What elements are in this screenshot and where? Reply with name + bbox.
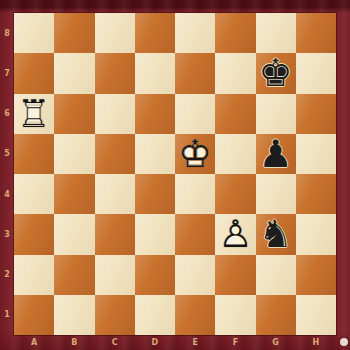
square-c4[interactable]: [95, 174, 135, 214]
square-c7[interactable]: [95, 53, 135, 93]
square-e6[interactable]: [175, 94, 215, 134]
square-g6[interactable]: [256, 94, 296, 134]
square-f4[interactable]: [215, 174, 255, 214]
square-g1[interactable]: [256, 295, 296, 335]
square-b3[interactable]: [54, 214, 94, 254]
square-a3[interactable]: [14, 214, 54, 254]
square-f7[interactable]: [215, 53, 255, 93]
square-d5[interactable]: [135, 134, 175, 174]
file-label-f: F: [215, 335, 255, 350]
rank-label-5: 5: [0, 134, 14, 174]
board: ♚♜♖♚♔♟♟♙♞: [14, 13, 336, 335]
rank-labels: 87654321: [0, 13, 14, 335]
square-a5[interactable]: [14, 134, 54, 174]
square-a2[interactable]: [14, 255, 54, 295]
chess-board-diagram: ♚♜♖♚♔♟♟♙♞ 87654321 ABCDEFGH: [0, 0, 350, 350]
square-c5[interactable]: [95, 134, 135, 174]
black-knight[interactable]: ♞: [256, 214, 296, 254]
square-h7[interactable]: [296, 53, 336, 93]
file-label-e: E: [175, 335, 215, 350]
square-b8[interactable]: [54, 13, 94, 53]
rank-label-3: 3: [0, 214, 14, 254]
square-a6[interactable]: ♜♖: [14, 94, 54, 134]
square-a7[interactable]: [14, 53, 54, 93]
rank-label-8: 8: [0, 13, 14, 53]
square-h2[interactable]: [296, 255, 336, 295]
square-e8[interactable]: [175, 13, 215, 53]
square-d2[interactable]: [135, 255, 175, 295]
square-c2[interactable]: [95, 255, 135, 295]
square-b6[interactable]: [54, 94, 94, 134]
white-pawn[interactable]: ♟♙: [215, 214, 255, 254]
black-pawn[interactable]: ♟: [256, 134, 296, 174]
black-king[interactable]: ♚: [256, 53, 296, 93]
white-rook-outline: ♖: [14, 94, 54, 134]
square-f3[interactable]: ♟♙: [215, 214, 255, 254]
square-d3[interactable]: [135, 214, 175, 254]
file-label-d: D: [135, 335, 175, 350]
square-a1[interactable]: [14, 295, 54, 335]
square-d6[interactable]: [135, 94, 175, 134]
square-b2[interactable]: [54, 255, 94, 295]
file-label-b: B: [54, 335, 94, 350]
rank-label-7: 7: [0, 53, 14, 93]
file-labels: ABCDEFGH: [14, 335, 336, 350]
square-b4[interactable]: [54, 174, 94, 214]
square-h3[interactable]: [296, 214, 336, 254]
square-h1[interactable]: [296, 295, 336, 335]
square-e3[interactable]: [175, 214, 215, 254]
square-f2[interactable]: [215, 255, 255, 295]
square-h8[interactable]: [296, 13, 336, 53]
square-d1[interactable]: [135, 295, 175, 335]
square-h6[interactable]: [296, 94, 336, 134]
square-e7[interactable]: [175, 53, 215, 93]
square-g4[interactable]: [256, 174, 296, 214]
rank-label-1: 1: [0, 295, 14, 335]
black-king-glyph: ♚: [256, 53, 296, 93]
file-label-h: H: [296, 335, 336, 350]
square-c8[interactable]: [95, 13, 135, 53]
square-e2[interactable]: [175, 255, 215, 295]
square-f8[interactable]: [215, 13, 255, 53]
black-knight-glyph: ♞: [256, 214, 296, 254]
square-g5[interactable]: ♟: [256, 134, 296, 174]
white-to-move-indicator: [340, 338, 348, 346]
square-b5[interactable]: [54, 134, 94, 174]
white-rook[interactable]: ♜♖: [14, 94, 54, 134]
square-c1[interactable]: [95, 295, 135, 335]
square-g8[interactable]: [256, 13, 296, 53]
file-label-g: G: [256, 335, 296, 350]
square-a8[interactable]: [14, 13, 54, 53]
rank-label-6: 6: [0, 94, 14, 134]
square-f1[interactable]: [215, 295, 255, 335]
rank-label-4: 4: [0, 174, 14, 214]
white-pawn-outline: ♙: [215, 214, 255, 254]
black-pawn-glyph: ♟: [256, 134, 296, 174]
square-g3[interactable]: ♞: [256, 214, 296, 254]
square-d4[interactable]: [135, 174, 175, 214]
rank-label-2: 2: [0, 255, 14, 295]
square-g2[interactable]: [256, 255, 296, 295]
square-d7[interactable]: [135, 53, 175, 93]
square-e5[interactable]: ♚♔: [175, 134, 215, 174]
square-b7[interactable]: [54, 53, 94, 93]
square-f6[interactable]: [215, 94, 255, 134]
square-b1[interactable]: [54, 295, 94, 335]
file-label-c: C: [95, 335, 135, 350]
square-e4[interactable]: [175, 174, 215, 214]
white-king-outline: ♔: [175, 134, 215, 174]
file-label-a: A: [14, 335, 54, 350]
square-h5[interactable]: [296, 134, 336, 174]
square-c6[interactable]: [95, 94, 135, 134]
square-h4[interactable]: [296, 174, 336, 214]
square-e1[interactable]: [175, 295, 215, 335]
white-king[interactable]: ♚♔: [175, 134, 215, 174]
square-d8[interactable]: [135, 13, 175, 53]
square-a4[interactable]: [14, 174, 54, 214]
square-g7[interactable]: ♚: [256, 53, 296, 93]
square-c3[interactable]: [95, 214, 135, 254]
square-f5[interactable]: [215, 134, 255, 174]
